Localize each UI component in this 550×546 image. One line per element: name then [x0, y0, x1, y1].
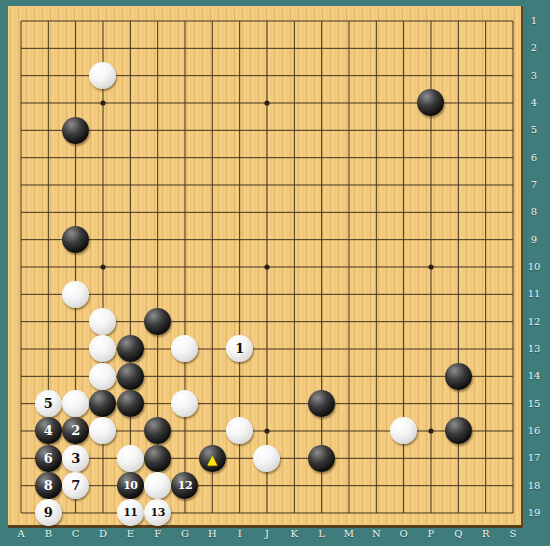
stone-white-i16: [226, 417, 253, 444]
stone-black-g18: 12: [171, 472, 198, 499]
stone-white-b19: 9: [35, 499, 62, 526]
row-label-6: 6: [521, 150, 547, 166]
row-label-7: 7: [521, 177, 547, 193]
move-number: 12: [178, 480, 192, 491]
row-label-10: 10: [521, 259, 547, 275]
row-label-12: 12: [521, 314, 547, 330]
move-number: 8: [44, 479, 53, 492]
column-label-l: L: [313, 526, 331, 542]
column-label-g: G: [176, 526, 194, 542]
column-label-i: I: [231, 526, 249, 542]
move-number: 5: [44, 397, 53, 410]
row-label-1: 1: [521, 13, 547, 29]
row-label-4: 4: [521, 95, 547, 111]
stone-white-e17: [117, 445, 144, 472]
stone-white-c11: [62, 281, 89, 308]
stone-black-p4: [417, 89, 444, 116]
stone-black-b16: 4: [35, 417, 62, 444]
stone-black-l15: [308, 390, 335, 417]
triangle-marker-icon: ▲: [207, 453, 217, 466]
stone-white-b15: 5: [35, 390, 62, 417]
stone-white-g13: [171, 335, 198, 362]
row-label-17: 17: [521, 450, 547, 466]
stone-black-f12: [144, 308, 171, 335]
row-label-8: 8: [521, 204, 547, 220]
stone-black-h17: ▲: [199, 445, 226, 472]
column-label-p: P: [422, 526, 440, 542]
stone-white-d16: [89, 417, 116, 444]
stone-white-o16: [390, 417, 417, 444]
stone-black-f16: [144, 417, 171, 444]
move-number: 9: [44, 506, 53, 519]
column-label-e: E: [121, 526, 139, 542]
stone-white-e19: 11: [117, 499, 144, 526]
stone-black-q14: [445, 363, 472, 390]
stone-black-e15: [117, 390, 144, 417]
stone-white-d13: [89, 335, 116, 362]
move-number: 13: [151, 507, 165, 518]
row-label-18: 18: [521, 478, 547, 494]
column-label-j: J: [258, 526, 276, 542]
column-label-q: Q: [449, 526, 467, 542]
column-label-b: B: [39, 526, 57, 542]
row-label-5: 5: [521, 122, 547, 138]
stone-black-e18: 10: [117, 472, 144, 499]
stone-white-j17: [253, 445, 280, 472]
column-label-f: F: [149, 526, 167, 542]
stone-black-l17: [308, 445, 335, 472]
stone-white-d3: [89, 62, 116, 89]
move-number: 2: [71, 424, 80, 437]
row-label-16: 16: [521, 423, 547, 439]
column-label-r: R: [477, 526, 495, 542]
row-label-13: 13: [521, 341, 547, 357]
stones-layer: 154263▲87101291113: [0, 0, 550, 546]
column-label-o: O: [395, 526, 413, 542]
row-label-15: 15: [521, 396, 547, 412]
stone-white-d14: [89, 363, 116, 390]
column-label-m: M: [340, 526, 358, 542]
move-number: 3: [71, 452, 80, 465]
stone-black-q16: [445, 417, 472, 444]
stone-black-c16: 2: [62, 417, 89, 444]
stone-black-d15: [89, 390, 116, 417]
stone-white-d12: [89, 308, 116, 335]
stone-white-c17: 3: [62, 445, 89, 472]
stone-black-e14: [117, 363, 144, 390]
row-label-14: 14: [521, 368, 547, 384]
column-label-k: K: [285, 526, 303, 542]
row-label-9: 9: [521, 232, 547, 248]
stone-white-i13: 1: [226, 335, 253, 362]
column-label-n: N: [367, 526, 385, 542]
stone-black-b17: 6: [35, 445, 62, 472]
column-label-s: S: [504, 526, 522, 542]
stone-black-e13: [117, 335, 144, 362]
move-number: 1: [235, 342, 244, 355]
go-board-frame: 154263▲87101291113 ABCDEFGHIJKLMNOPQRS12…: [0, 0, 550, 546]
column-label-c: C: [67, 526, 85, 542]
stone-black-c9: [62, 226, 89, 253]
move-number: 6: [44, 452, 53, 465]
stone-white-f18: [144, 472, 171, 499]
stone-white-c15: [62, 390, 89, 417]
row-label-3: 3: [521, 68, 547, 84]
stone-black-c5: [62, 117, 89, 144]
stone-black-b18: 8: [35, 472, 62, 499]
row-label-19: 19: [521, 505, 547, 521]
move-number: 4: [44, 424, 53, 437]
move-number: 7: [71, 479, 80, 492]
row-label-2: 2: [521, 40, 547, 56]
column-label-a: A: [12, 526, 30, 542]
stone-white-g15: [171, 390, 198, 417]
stone-black-f17: [144, 445, 171, 472]
row-label-11: 11: [521, 286, 547, 302]
stone-white-f19: 13: [144, 499, 171, 526]
move-number: 10: [123, 480, 137, 491]
column-label-h: H: [203, 526, 221, 542]
stone-white-c18: 7: [62, 472, 89, 499]
move-number: 11: [123, 507, 137, 518]
column-label-d: D: [94, 526, 112, 542]
